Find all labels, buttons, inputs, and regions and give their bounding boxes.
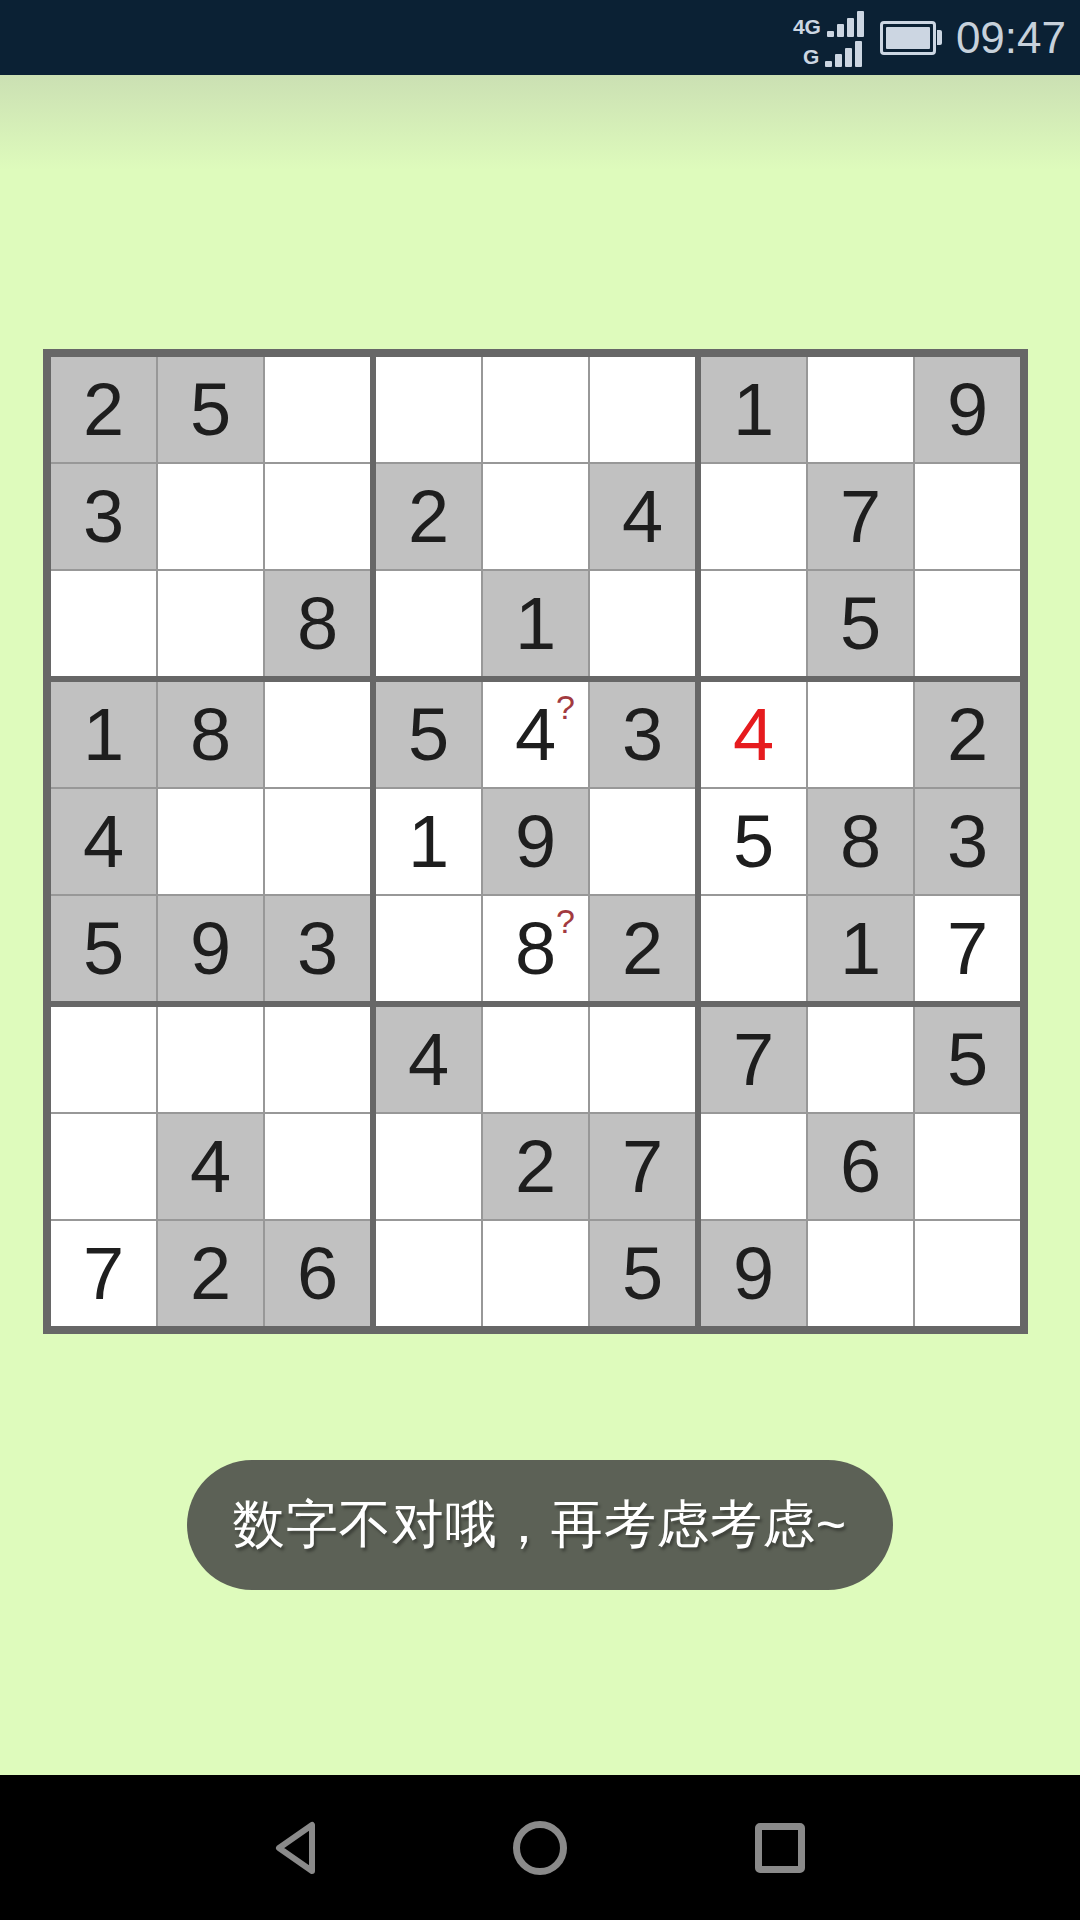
entered-digit: 5: [733, 805, 774, 879]
given-digit: 2: [947, 698, 988, 772]
box-9: 7569: [701, 1007, 1020, 1326]
cell-r5c2[interactable]: [158, 789, 263, 894]
cell-r2c8[interactable]: 7: [808, 464, 913, 569]
toast-text: 数字不对哦，再考虑考虑~: [233, 1490, 847, 1560]
sim2-network-label: G: [803, 48, 819, 67]
given-digit: 6: [840, 1130, 881, 1204]
given-digit: 2: [83, 373, 124, 447]
cell-r6c2[interactable]: 9: [158, 896, 263, 1001]
given-digit: 4: [83, 805, 124, 879]
cell-r2c3[interactable]: [265, 464, 370, 569]
cell-r3c1[interactable]: [51, 571, 156, 676]
cell-r3c2[interactable]: [158, 571, 263, 676]
entered-digit: 7: [947, 912, 988, 986]
cell-r7c1[interactable]: [51, 1007, 156, 1112]
cell-r2c2[interactable]: [158, 464, 263, 569]
entered-digit: 4: [515, 698, 556, 772]
given-digit: 5: [408, 698, 449, 772]
cell-r6c4[interactable]: [376, 896, 481, 1001]
cell-r6c3[interactable]: 3: [265, 896, 370, 1001]
home-circle-icon: [513, 1821, 567, 1875]
cell-r2c6[interactable]: 4: [590, 464, 695, 569]
given-digit: 8: [840, 805, 881, 879]
cell-r5c1[interactable]: 4: [51, 789, 156, 894]
cell-r9c2[interactable]: 2: [158, 1221, 263, 1326]
box-7: 4726: [51, 1007, 370, 1326]
cell-r4c4[interactable]: 5: [376, 682, 481, 787]
given-digit: 7: [622, 1130, 663, 1204]
cell-r5c8[interactable]: 8: [808, 789, 913, 894]
cell-r8c1[interactable]: [51, 1114, 156, 1219]
given-digit: 2: [622, 912, 663, 986]
cell-r5c7[interactable]: 5: [701, 789, 806, 894]
cell-r2c4[interactable]: 2: [376, 464, 481, 569]
sim1-network-label: 4G: [793, 18, 821, 37]
given-digit: 5: [83, 912, 124, 986]
given-digit: 1: [733, 373, 774, 447]
cell-r8c4[interactable]: [376, 1114, 481, 1219]
recents-button[interactable]: [660, 1823, 900, 1873]
sudoku-board: 2538241197518459354?3198?242583174726427…: [43, 349, 1028, 1334]
given-digit: 1: [840, 912, 881, 986]
given-digit: 9: [733, 1237, 774, 1311]
box-6: 4258317: [701, 682, 1020, 1001]
battery-icon: [880, 21, 942, 55]
cell-r5c6[interactable]: [590, 789, 695, 894]
box-1: 2538: [51, 357, 370, 676]
cell-r1c2[interactable]: 5: [158, 357, 263, 462]
cell-r9c4[interactable]: [376, 1221, 481, 1326]
cell-r8c5[interactable]: 2: [483, 1114, 588, 1219]
cell-r3c9[interactable]: [915, 571, 1020, 676]
given-digit: 9: [947, 373, 988, 447]
cell-r4c6[interactable]: 3: [590, 682, 695, 787]
cell-r3c4[interactable]: [376, 571, 481, 676]
cell-r3c7[interactable]: [701, 571, 806, 676]
given-digit: 3: [947, 805, 988, 879]
cell-r8c2[interactable]: 4: [158, 1114, 263, 1219]
box-8: 4275: [376, 1007, 695, 1326]
entered-digit: 1: [408, 805, 449, 879]
cell-r9c6[interactable]: 5: [590, 1221, 695, 1326]
cell-r9c1[interactable]: 7: [51, 1221, 156, 1326]
given-digit: 3: [622, 698, 663, 772]
back-button[interactable]: [180, 1818, 420, 1878]
given-digit: 2: [515, 1130, 556, 1204]
status-bar: 4G G 09:47: [0, 0, 1080, 75]
cell-r8c9[interactable]: [915, 1114, 1020, 1219]
cell-r4c7[interactable]: 4: [701, 682, 806, 787]
cell-r1c9[interactable]: 9: [915, 357, 1020, 462]
given-digit: 2: [408, 480, 449, 554]
entered-digit: 7: [83, 1237, 124, 1311]
recents-square-icon: [755, 1823, 805, 1873]
cell-r1c8[interactable]: [808, 357, 913, 462]
cell-r6c8[interactable]: 1: [808, 896, 913, 1001]
cell-r6c5[interactable]: 8?: [483, 896, 588, 1001]
cell-r5c5[interactable]: 9: [483, 789, 588, 894]
given-digit: 1: [515, 587, 556, 661]
cell-r4c5[interactable]: 4?: [483, 682, 588, 787]
given-digit: 1: [83, 698, 124, 772]
cell-r1c5[interactable]: [483, 357, 588, 462]
box-3: 1975: [701, 357, 1020, 676]
given-digit: 5: [947, 1023, 988, 1097]
cell-r6c6[interactable]: 2: [590, 896, 695, 1001]
cell-r9c9[interactable]: [915, 1221, 1020, 1326]
cell-r7c7[interactable]: 7: [701, 1007, 806, 1112]
cell-r5c4[interactable]: 1: [376, 789, 481, 894]
question-mark-annotation: ?: [556, 904, 575, 938]
box-2: 241: [376, 357, 695, 676]
given-digit: 9: [515, 805, 556, 879]
cell-r8c7[interactable]: [701, 1114, 806, 1219]
box-5: 54?3198?2: [376, 682, 695, 1001]
cell-r6c9[interactable]: 7: [915, 896, 1020, 1001]
cell-r8c3[interactable]: [265, 1114, 370, 1219]
given-digit: 9: [190, 912, 231, 986]
cell-r7c8[interactable]: [808, 1007, 913, 1112]
cell-r5c3[interactable]: [265, 789, 370, 894]
given-digit: 7: [733, 1023, 774, 1097]
given-digit: 4: [408, 1023, 449, 1097]
toast-message: 数字不对哦，再考虑考虑~: [187, 1460, 893, 1590]
box-4: 184593: [51, 682, 370, 1001]
cell-r4c9[interactable]: 2: [915, 682, 1020, 787]
cell-r5c9[interactable]: 3: [915, 789, 1020, 894]
cell-r7c6[interactable]: [590, 1007, 695, 1112]
cell-r6c1[interactable]: 5: [51, 896, 156, 1001]
cell-r1c7[interactable]: 1: [701, 357, 806, 462]
screen: 4G G 09:47 2538241197518459354?3198?2425…: [0, 0, 1080, 1920]
cell-r4c8[interactable]: [808, 682, 913, 787]
signal-strength-icon: 4G G: [793, 9, 864, 67]
cell-r2c9[interactable]: [915, 464, 1020, 569]
cell-r9c5[interactable]: [483, 1221, 588, 1326]
cell-r2c5[interactable]: [483, 464, 588, 569]
cell-r7c5[interactable]: [483, 1007, 588, 1112]
cell-r2c7[interactable]: [701, 464, 806, 569]
cell-r8c8[interactable]: 6: [808, 1114, 913, 1219]
given-digit: 4: [622, 480, 663, 554]
cell-r4c1[interactable]: 1: [51, 682, 156, 787]
cell-r7c3[interactable]: [265, 1007, 370, 1112]
cell-r3c5[interactable]: 1: [483, 571, 588, 676]
back-triangle-icon: [270, 1818, 330, 1878]
given-digit: 8: [190, 698, 231, 772]
given-digit: 2: [190, 1237, 231, 1311]
given-digit: 3: [297, 912, 338, 986]
navigation-bar: [0, 1775, 1080, 1920]
cell-r4c3[interactable]: [265, 682, 370, 787]
cell-r6c7[interactable]: [701, 896, 806, 1001]
cell-r1c4[interactable]: [376, 357, 481, 462]
cell-r8c6[interactable]: 7: [590, 1114, 695, 1219]
cell-r9c7[interactable]: 9: [701, 1221, 806, 1326]
cell-r3c3[interactable]: 8: [265, 571, 370, 676]
given-digit: 8: [297, 587, 338, 661]
cell-r9c8[interactable]: [808, 1221, 913, 1326]
status-time: 09:47: [956, 16, 1066, 60]
home-button[interactable]: [420, 1821, 660, 1875]
cell-r7c4[interactable]: 4: [376, 1007, 481, 1112]
cell-r1c6[interactable]: [590, 357, 695, 462]
given-digit: 4: [190, 1130, 231, 1204]
given-digit: 7: [840, 480, 881, 554]
cell-r2c1[interactable]: 3: [51, 464, 156, 569]
given-digit: 3: [83, 480, 124, 554]
cell-r1c1[interactable]: 2: [51, 357, 156, 462]
sim1-signal-row: 4G: [793, 9, 864, 37]
given-digit: 5: [840, 587, 881, 661]
sim2-signal-row: G: [793, 39, 864, 67]
question-mark-annotation: ?: [556, 690, 575, 724]
cell-r7c9[interactable]: 5: [915, 1007, 1020, 1112]
error-digit: 4: [733, 698, 774, 772]
cell-r3c8[interactable]: 5: [808, 571, 913, 676]
statusbar-shadow: [0, 75, 1080, 170]
given-digit: 5: [190, 373, 231, 447]
cell-r1c3[interactable]: [265, 357, 370, 462]
status-bar-right-cluster: 4G G 09:47: [793, 0, 1066, 75]
cell-r4c2[interactable]: 8: [158, 682, 263, 787]
cell-r7c2[interactable]: [158, 1007, 263, 1112]
cell-r3c6[interactable]: [590, 571, 695, 676]
entered-digit: 8: [515, 912, 556, 986]
cell-r9c3[interactable]: 6: [265, 1221, 370, 1326]
given-digit: 6: [297, 1237, 338, 1311]
given-digit: 5: [622, 1237, 663, 1311]
